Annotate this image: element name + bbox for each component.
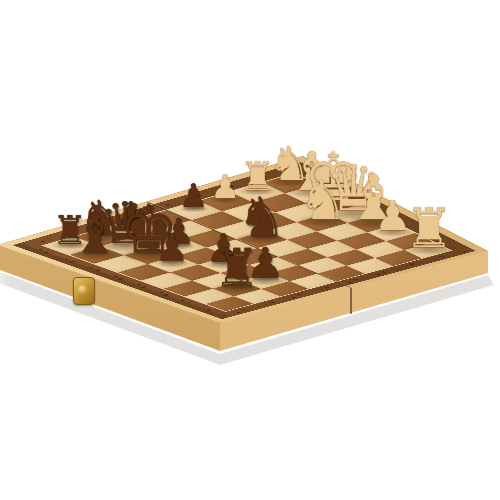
- product-photo-scene: 12345678 abcdefgh ♜♞♟♟♝♛♚♟♟♞♟♜♟♟♜♞♝♚♛♞♝♟…: [0, 0, 500, 500]
- piece-dark-bishop-a7[interactable]: ♝: [71, 207, 119, 261]
- piece-dark-pawn-e8[interactable]: ♟: [179, 181, 208, 214]
- piece-dark-rook-b2[interactable]: ♜: [213, 242, 260, 295]
- piece-light-knight-g5[interactable]: ♞: [298, 173, 347, 228]
- pieces-layer: ♜♞♟♟♝♛♚♟♟♞♟♜♟♟♜♞♝♚♛♞♝♟♜: [0, 0, 500, 500]
- piece-dark-pawn-b5[interactable]: ♟: [155, 230, 189, 268]
- piece-light-pawn-f8[interactable]: ♟: [211, 172, 240, 205]
- piece-light-rook-h1[interactable]: ♜: [405, 201, 454, 256]
